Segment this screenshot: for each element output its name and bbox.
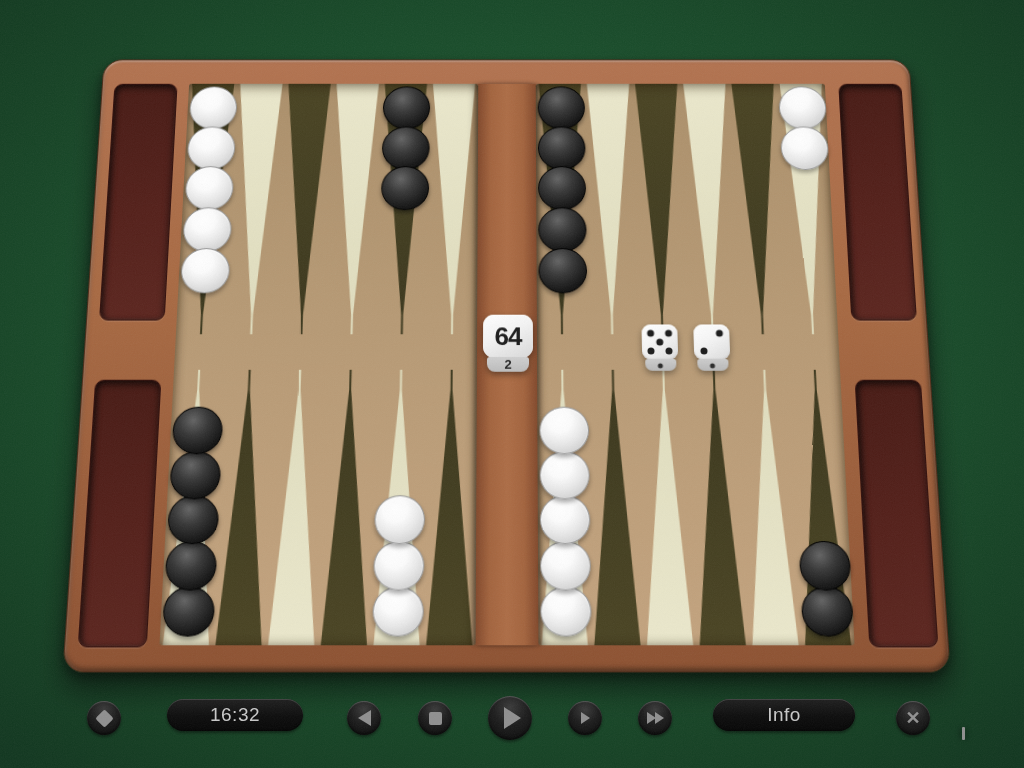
bear-off-tray-top-left[interactable] bbox=[99, 84, 178, 321]
checker-black-point-17[interactable] bbox=[383, 86, 431, 129]
doubling-cube-front-value: 2 bbox=[487, 357, 529, 372]
checker-black-point-19[interactable] bbox=[538, 166, 586, 210]
checker-black-point-1[interactable] bbox=[799, 540, 852, 590]
checker-black-point-19[interactable] bbox=[538, 207, 586, 252]
checker-black-point-17[interactable] bbox=[382, 126, 430, 169]
checker-white-point-13[interactable] bbox=[182, 207, 232, 252]
bear-off-tray-bottom-right[interactable] bbox=[855, 380, 939, 648]
checker-black-point-12[interactable] bbox=[167, 495, 220, 544]
fast-forward-icon bbox=[647, 712, 664, 724]
checker-black-point-12[interactable] bbox=[171, 407, 223, 455]
die-2[interactable] bbox=[693, 324, 730, 370]
bear-off-tray-top-right[interactable] bbox=[838, 84, 917, 321]
doubling-cube-top-value: 64 bbox=[483, 315, 533, 358]
doubling-cube[interactable]: 64 2 bbox=[483, 315, 533, 372]
checker-black-point-19[interactable] bbox=[537, 86, 584, 129]
checker-white-point-24[interactable] bbox=[780, 126, 830, 169]
checker-white-point-6[interactable] bbox=[540, 586, 591, 636]
checker-white-point-6[interactable] bbox=[540, 540, 591, 590]
board-frame: 64 2 bbox=[62, 59, 950, 672]
board-left-quadrants bbox=[159, 84, 478, 646]
close-icon: ✕ bbox=[905, 709, 920, 727]
board-right-quadrants bbox=[536, 84, 855, 646]
game-table: 64 2 16:32 Info ✕ bbox=[0, 0, 1024, 768]
point-3[interactable] bbox=[690, 370, 747, 645]
stop-icon bbox=[429, 712, 442, 725]
previous-icon bbox=[358, 710, 371, 726]
point-10[interactable] bbox=[267, 370, 324, 645]
point-5[interactable] bbox=[589, 370, 642, 645]
point-7[interactable] bbox=[425, 370, 476, 645]
checker-black-point-17[interactable] bbox=[381, 166, 429, 210]
checker-black-point-19[interactable] bbox=[538, 126, 586, 169]
diamond-button[interactable] bbox=[87, 701, 121, 735]
point-20[interactable] bbox=[585, 84, 635, 335]
info-button[interactable]: Info bbox=[713, 699, 855, 731]
checker-white-point-6[interactable] bbox=[539, 495, 590, 544]
checker-white-point-13[interactable] bbox=[180, 248, 231, 293]
die-side-face bbox=[697, 359, 728, 371]
info-label: Info bbox=[767, 704, 801, 726]
play-button[interactable] bbox=[488, 696, 532, 740]
die-5[interactable] bbox=[641, 324, 678, 370]
checker-white-point-6[interactable] bbox=[539, 407, 589, 455]
bear-off-tray-bottom-left[interactable] bbox=[78, 380, 162, 648]
die-face-2 bbox=[693, 324, 730, 359]
point-2[interactable] bbox=[741, 370, 800, 645]
point-15[interactable] bbox=[278, 84, 332, 335]
point-16[interactable] bbox=[328, 84, 380, 335]
point-11[interactable] bbox=[214, 370, 273, 645]
previous-button[interactable] bbox=[347, 701, 381, 735]
checker-black-point-12[interactable] bbox=[169, 451, 221, 499]
close-button[interactable]: ✕ bbox=[896, 701, 930, 735]
play-icon bbox=[504, 707, 521, 729]
toolbar: 16:32 Info ✕ bbox=[0, 696, 1024, 742]
point-23[interactable] bbox=[730, 84, 786, 335]
die-face-5 bbox=[641, 324, 678, 359]
point-22[interactable] bbox=[682, 84, 736, 335]
skip-to-end-button[interactable] bbox=[568, 701, 602, 735]
point-4[interactable] bbox=[640, 370, 695, 645]
point-14[interactable] bbox=[228, 84, 284, 335]
stop-button[interactable] bbox=[418, 701, 452, 735]
point-21[interactable] bbox=[634, 84, 686, 335]
backgammon-board: 64 2 bbox=[62, 59, 950, 672]
timer-label: 16:32 bbox=[210, 704, 260, 726]
checker-black-point-19[interactable] bbox=[538, 248, 587, 293]
checker-black-point-12[interactable] bbox=[164, 540, 217, 590]
checker-white-point-13[interactable] bbox=[184, 166, 234, 210]
skip-to-end-icon bbox=[581, 712, 590, 724]
checker-white-point-13[interactable] bbox=[186, 126, 236, 169]
checker-white-point-6[interactable] bbox=[539, 451, 589, 499]
diamond-icon bbox=[95, 709, 113, 727]
point-18[interactable] bbox=[429, 84, 477, 335]
die-side-face bbox=[645, 359, 676, 371]
checker-white-point-8[interactable] bbox=[374, 495, 425, 544]
point-9[interactable] bbox=[319, 370, 374, 645]
checker-white-point-13[interactable] bbox=[188, 86, 237, 129]
checker-white-point-8[interactable] bbox=[373, 540, 424, 590]
timer-display[interactable]: 16:32 bbox=[167, 699, 303, 731]
fast-forward-button[interactable] bbox=[638, 701, 672, 735]
